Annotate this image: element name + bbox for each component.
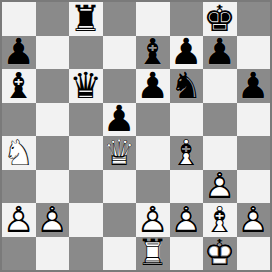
square-f7[interactable]: ♟: [170, 36, 204, 70]
square-h3[interactable]: [237, 170, 271, 204]
square-c2[interactable]: [69, 203, 103, 237]
square-g8[interactable]: ♚: [203, 2, 237, 36]
square-d2[interactable]: [103, 203, 137, 237]
square-b7[interactable]: [36, 36, 70, 70]
square-d4[interactable]: ♛♕: [103, 136, 137, 170]
piece-black-king: ♚: [203, 2, 237, 36]
square-b5[interactable]: [36, 103, 70, 137]
square-a1[interactable]: [2, 237, 36, 271]
square-b8[interactable]: [36, 2, 70, 36]
piece-black-pawn: ♟: [136, 69, 170, 103]
piece-white-queen: ♛♕: [103, 136, 137, 170]
square-a6[interactable]: ♝: [2, 69, 36, 103]
square-c7[interactable]: [69, 36, 103, 70]
square-c8[interactable]: ♜: [69, 2, 103, 36]
piece-black-queen: ♛: [69, 69, 103, 103]
square-f5[interactable]: [170, 103, 204, 137]
piece-black-pawn: ♟: [103, 103, 137, 137]
square-f4[interactable]: ♝♗: [170, 136, 204, 170]
piece-black-pawn: ♟: [203, 36, 237, 70]
piece-white-bishop: ♝♗: [170, 136, 204, 170]
square-e4[interactable]: [136, 136, 170, 170]
board-grid: ♜♚♟♝♟♟♝♛♟♞♟♟♞♘♛♕♝♗♟♙♟♙♟♙♟♙♟♙♝♗♟♙♜♖♚♔: [2, 2, 270, 270]
square-d7[interactable]: [103, 36, 137, 70]
piece-white-pawn: ♟♙: [136, 203, 170, 237]
square-b1[interactable]: [36, 237, 70, 271]
square-c4[interactable]: [69, 136, 103, 170]
piece-black-knight: ♞: [170, 69, 204, 103]
square-f6[interactable]: ♞: [170, 69, 204, 103]
piece-white-pawn: ♟♙: [170, 203, 204, 237]
piece-black-pawn: ♟: [170, 36, 204, 70]
square-e6[interactable]: ♟: [136, 69, 170, 103]
square-g4[interactable]: [203, 136, 237, 170]
piece-white-rook: ♜♖: [136, 237, 170, 271]
square-f8[interactable]: [170, 2, 204, 36]
piece-white-knight: ♞♘: [2, 136, 36, 170]
piece-black-pawn: ♟: [237, 69, 271, 103]
square-h1[interactable]: [237, 237, 271, 271]
square-a7[interactable]: ♟: [2, 36, 36, 70]
square-h5[interactable]: [237, 103, 271, 137]
square-a8[interactable]: [2, 2, 36, 36]
square-h6[interactable]: ♟: [237, 69, 271, 103]
piece-white-bishop: ♝♗: [203, 203, 237, 237]
square-e8[interactable]: [136, 2, 170, 36]
square-g7[interactable]: ♟: [203, 36, 237, 70]
square-e7[interactable]: ♝: [136, 36, 170, 70]
square-d1[interactable]: [103, 237, 137, 271]
piece-black-bishop: ♝: [136, 36, 170, 70]
square-c3[interactable]: [69, 170, 103, 204]
square-e5[interactable]: [136, 103, 170, 137]
piece-white-pawn: ♟♙: [203, 170, 237, 204]
piece-white-pawn: ♟♙: [237, 203, 271, 237]
piece-black-bishop: ♝: [2, 69, 36, 103]
square-d5[interactable]: ♟: [103, 103, 137, 137]
square-e3[interactable]: [136, 170, 170, 204]
square-e2[interactable]: ♟♙: [136, 203, 170, 237]
square-b2[interactable]: ♟♙: [36, 203, 70, 237]
square-b6[interactable]: [36, 69, 70, 103]
square-a5[interactable]: [2, 103, 36, 137]
square-a2[interactable]: ♟♙: [2, 203, 36, 237]
piece-white-pawn: ♟♙: [2, 203, 36, 237]
square-g2[interactable]: ♝♗: [203, 203, 237, 237]
square-h8[interactable]: [237, 2, 271, 36]
square-a4[interactable]: ♞♘: [2, 136, 36, 170]
square-f1[interactable]: [170, 237, 204, 271]
square-h4[interactable]: [237, 136, 271, 170]
square-g6[interactable]: [203, 69, 237, 103]
piece-black-rook: ♜: [69, 2, 103, 36]
square-h2[interactable]: ♟♙: [237, 203, 271, 237]
square-f3[interactable]: [170, 170, 204, 204]
piece-white-pawn: ♟♙: [36, 203, 70, 237]
square-g3[interactable]: ♟♙: [203, 170, 237, 204]
square-f2[interactable]: ♟♙: [170, 203, 204, 237]
square-b4[interactable]: [36, 136, 70, 170]
square-d8[interactable]: [103, 2, 137, 36]
square-c6[interactable]: ♛: [69, 69, 103, 103]
square-h7[interactable]: [237, 36, 271, 70]
square-g1[interactable]: ♚♔: [203, 237, 237, 271]
piece-black-pawn: ♟: [2, 36, 36, 70]
square-d6[interactable]: [103, 69, 137, 103]
square-g5[interactable]: [203, 103, 237, 137]
square-d3[interactable]: [103, 170, 137, 204]
square-c5[interactable]: [69, 103, 103, 137]
piece-white-king: ♚♔: [203, 237, 237, 271]
chessboard: ♜♚♟♝♟♟♝♛♟♞♟♟♞♘♛♕♝♗♟♙♟♙♟♙♟♙♟♙♝♗♟♙♜♖♚♔: [0, 0, 272, 272]
square-a3[interactable]: [2, 170, 36, 204]
square-e1[interactable]: ♜♖: [136, 237, 170, 271]
square-b3[interactable]: [36, 170, 70, 204]
square-c1[interactable]: [69, 237, 103, 271]
